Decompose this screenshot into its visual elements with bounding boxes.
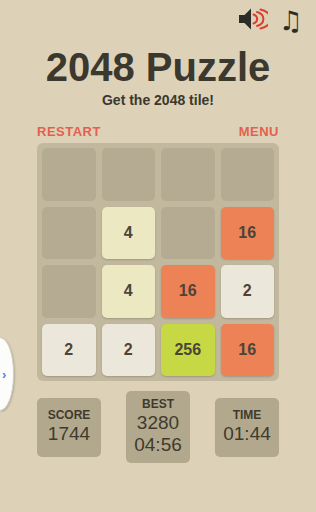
tile-16: 16 [161, 265, 215, 318]
music-icon[interactable]: ♫ [279, 7, 303, 35]
score-box: SCORE 1744 [37, 398, 101, 457]
restart-button[interactable]: RESTART [37, 124, 101, 139]
best-box: BEST 3280 04:56 [126, 391, 190, 463]
tile-2: 2 [102, 324, 156, 377]
tile-256: 256 [161, 324, 215, 377]
time-label: TIME [215, 407, 279, 423]
page-subtitle: Get the 2048 tile! [0, 93, 316, 107]
score-label: SCORE [37, 407, 101, 423]
menu-button[interactable]: MENU [239, 124, 279, 139]
board[interactable]: 41641622225616 [37, 143, 279, 381]
empty-cell [221, 148, 275, 201]
time-value: 01:44 [215, 423, 279, 445]
best-time-value: 04:56 [126, 434, 190, 456]
page-title: 2048 Puzzle [0, 47, 316, 87]
edge-panel-handle[interactable]: › [0, 337, 14, 411]
tile-16: 16 [221, 324, 275, 377]
time-box: TIME 01:44 [215, 398, 279, 457]
sound-icon[interactable] [236, 5, 268, 37]
controls-row: RESTART MENU [37, 124, 279, 139]
best-score-value: 3280 [126, 412, 190, 434]
tile-2: 2 [42, 324, 96, 377]
empty-cell [42, 265, 96, 318]
empty-cell [161, 207, 215, 260]
empty-cell [102, 148, 156, 201]
tile-16: 16 [221, 207, 275, 260]
tile-4: 4 [102, 265, 156, 318]
empty-cell [161, 148, 215, 201]
status-icons: ♫ [236, 5, 303, 37]
score-value: 1744 [37, 423, 101, 445]
chevron-right-icon: › [0, 368, 6, 381]
tile-2: 2 [221, 265, 275, 318]
stats-row: SCORE 1744 BEST 3280 04:56 TIME 01:44 [37, 391, 279, 463]
empty-cell [42, 207, 96, 260]
tile-4: 4 [102, 207, 156, 260]
best-label: BEST [126, 396, 190, 412]
empty-cell [42, 148, 96, 201]
